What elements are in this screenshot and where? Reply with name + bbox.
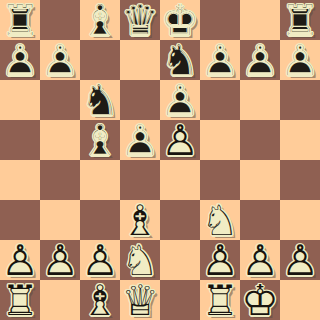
piece-white-king[interactable]: ♚♔ [240,280,280,320]
black-pawn-outline-glyph: ♙ [280,40,320,80]
black-bishop-outline-glyph: ♗ [80,0,120,40]
piece-white-knight[interactable]: ♞♘ [200,200,240,240]
white-pawn-fill-glyph: ♟ [40,240,80,280]
square-h1[interactable] [280,280,320,320]
white-rook-fill-glyph: ♜ [0,280,40,320]
square-d7[interactable] [120,40,160,80]
black-pawn-outline-glyph: ♙ [0,40,40,80]
white-pawn-outline-glyph: ♙ [80,240,120,280]
square-a2[interactable]: ♟♙ [0,240,40,280]
square-h3[interactable] [280,200,320,240]
black-pawn-outline-glyph: ♙ [120,120,160,160]
square-f2[interactable]: ♟♙ [200,240,240,280]
black-pawn-fill-glyph: ♟ [160,80,200,120]
square-c4[interactable] [80,160,120,200]
square-e4[interactable] [160,160,200,200]
piece-white-queen[interactable]: ♛♕ [120,280,160,320]
square-e3[interactable] [160,200,200,240]
piece-black-pawn[interactable]: ♟♙ [40,40,80,80]
square-b7[interactable]: ♟♙ [40,40,80,80]
piece-black-pawn[interactable]: ♟♙ [240,40,280,80]
square-f5[interactable] [200,120,240,160]
white-knight-fill-glyph: ♞ [200,200,240,240]
square-h6[interactable] [280,80,320,120]
black-rook-outline-glyph: ♖ [0,0,40,40]
black-knight-outline-glyph: ♘ [80,80,120,120]
piece-white-knight[interactable]: ♞♘ [120,240,160,280]
square-a8[interactable]: ♜♖ [0,0,40,40]
white-knight-fill-glyph: ♞ [120,240,160,280]
square-h4[interactable] [280,160,320,200]
square-a1[interactable]: ♜♖ [0,280,40,320]
piece-white-pawn[interactable]: ♟♙ [0,240,40,280]
white-bishop-fill-glyph: ♝ [80,280,120,320]
white-pawn-fill-glyph: ♟ [240,240,280,280]
piece-black-bishop[interactable]: ♝♗ [80,120,120,160]
piece-white-rook[interactable]: ♜♖ [0,280,40,320]
square-h2[interactable]: ♟♙ [280,240,320,280]
square-h8[interactable]: ♜♖ [280,0,320,40]
square-d4[interactable] [120,160,160,200]
white-bishop-fill-glyph: ♝ [120,200,160,240]
square-d8[interactable]: ♛♕ [120,0,160,40]
square-e7[interactable]: ♞♘ [160,40,200,80]
square-e1[interactable] [160,280,200,320]
black-king-outline-glyph: ♔ [160,0,200,40]
square-b3[interactable] [40,200,80,240]
square-a7[interactable]: ♟♙ [0,40,40,80]
square-f8[interactable] [200,0,240,40]
black-bishop-fill-glyph: ♝ [80,120,120,160]
white-pawn-fill-glyph: ♟ [0,240,40,280]
black-pawn-outline-glyph: ♙ [160,80,200,120]
square-c5[interactable]: ♝♗ [80,120,120,160]
black-pawn-outline-glyph: ♙ [40,40,80,80]
white-pawn-outline-glyph: ♙ [240,240,280,280]
piece-black-pawn[interactable]: ♟♙ [120,120,160,160]
square-g6[interactable] [240,80,280,120]
black-knight-outline-glyph: ♘ [160,40,200,80]
black-pawn-outline-glyph: ♙ [200,40,240,80]
piece-white-pawn[interactable]: ♟♙ [80,240,120,280]
square-e5[interactable]: ♟♙ [160,120,200,160]
black-pawn-fill-glyph: ♟ [200,40,240,80]
white-pawn-outline-glyph: ♙ [280,240,320,280]
black-pawn-fill-glyph: ♟ [0,40,40,80]
black-pawn-fill-glyph: ♟ [40,40,80,80]
square-b1[interactable] [40,280,80,320]
square-g8[interactable] [240,0,280,40]
white-pawn-outline-glyph: ♙ [160,120,200,160]
piece-black-pawn[interactable]: ♟♙ [160,80,200,120]
square-a6[interactable] [0,80,40,120]
piece-white-rook[interactable]: ♜♖ [200,280,240,320]
black-queen-fill-glyph: ♛ [120,0,160,40]
square-g5[interactable] [240,120,280,160]
white-knight-outline-glyph: ♘ [120,240,160,280]
black-bishop-outline-glyph: ♗ [80,120,120,160]
black-pawn-fill-glyph: ♟ [280,40,320,80]
piece-black-knight[interactable]: ♞♘ [160,40,200,80]
white-knight-outline-glyph: ♘ [200,200,240,240]
square-c1[interactable]: ♝♗ [80,280,120,320]
square-b5[interactable] [40,120,80,160]
square-a3[interactable] [0,200,40,240]
square-d3[interactable]: ♝♗ [120,200,160,240]
black-rook-fill-glyph: ♜ [0,0,40,40]
piece-black-pawn[interactable]: ♟♙ [200,40,240,80]
piece-black-pawn[interactable]: ♟♙ [280,40,320,80]
white-pawn-fill-glyph: ♟ [160,120,200,160]
piece-black-knight[interactable]: ♞♘ [80,80,120,120]
piece-black-queen[interactable]: ♛♕ [120,0,160,40]
square-d6[interactable] [120,80,160,120]
piece-white-pawn[interactable]: ♟♙ [280,240,320,280]
piece-white-pawn[interactable]: ♟♙ [200,240,240,280]
white-queen-outline-glyph: ♕ [120,280,160,320]
black-rook-fill-glyph: ♜ [280,0,320,40]
square-d2[interactable]: ♞♘ [120,240,160,280]
square-f3[interactable]: ♞♘ [200,200,240,240]
black-bishop-fill-glyph: ♝ [80,0,120,40]
black-queen-outline-glyph: ♕ [120,0,160,40]
piece-white-pawn[interactable]: ♟♙ [240,240,280,280]
piece-white-bishop[interactable]: ♝♗ [80,280,120,320]
square-g1[interactable]: ♚♔ [240,280,280,320]
square-f7[interactable]: ♟♙ [200,40,240,80]
white-rook-outline-glyph: ♖ [0,280,40,320]
white-bishop-outline-glyph: ♗ [120,200,160,240]
square-f1[interactable]: ♜♖ [200,280,240,320]
black-knight-fill-glyph: ♞ [80,80,120,120]
square-f4[interactable] [200,160,240,200]
piece-black-bishop[interactable]: ♝♗ [80,0,120,40]
square-c6[interactable]: ♞♘ [80,80,120,120]
piece-black-pawn[interactable]: ♟♙ [0,40,40,80]
square-h5[interactable] [280,120,320,160]
square-e2[interactable] [160,240,200,280]
square-b4[interactable] [40,160,80,200]
white-rook-fill-glyph: ♜ [200,280,240,320]
piece-white-pawn[interactable]: ♟♙ [160,120,200,160]
square-c3[interactable] [80,200,120,240]
square-e6[interactable]: ♟♙ [160,80,200,120]
square-g7[interactable]: ♟♙ [240,40,280,80]
square-f6[interactable] [200,80,240,120]
piece-black-rook[interactable]: ♜♖ [280,0,320,40]
white-pawn-fill-glyph: ♟ [200,240,240,280]
white-pawn-fill-glyph: ♟ [280,240,320,280]
square-g3[interactable] [240,200,280,240]
black-pawn-fill-glyph: ♟ [240,40,280,80]
chess-board: ♜♖♝♗♛♕♚♔♜♖♟♙♟♙♞♘♟♙♟♙♟♙♞♘♟♙♝♗♟♙♟♙♝♗♞♘♟♙♟♙… [0,0,320,320]
black-knight-fill-glyph: ♞ [160,40,200,80]
square-g4[interactable] [240,160,280,200]
white-pawn-outline-glyph: ♙ [0,240,40,280]
white-pawn-outline-glyph: ♙ [40,240,80,280]
square-b8[interactable] [40,0,80,40]
square-d1[interactable]: ♛♕ [120,280,160,320]
white-king-fill-glyph: ♚ [240,280,280,320]
square-b2[interactable]: ♟♙ [40,240,80,280]
white-king-outline-glyph: ♔ [240,280,280,320]
square-c8[interactable]: ♝♗ [80,0,120,40]
white-queen-fill-glyph: ♛ [120,280,160,320]
black-pawn-fill-glyph: ♟ [120,120,160,160]
black-rook-outline-glyph: ♖ [280,0,320,40]
square-e8[interactable]: ♚♔ [160,0,200,40]
white-pawn-outline-glyph: ♙ [200,240,240,280]
square-b6[interactable] [40,80,80,120]
square-h7[interactable]: ♟♙ [280,40,320,80]
square-a4[interactable] [0,160,40,200]
white-pawn-fill-glyph: ♟ [80,240,120,280]
white-rook-outline-glyph: ♖ [200,280,240,320]
square-a5[interactable] [0,120,40,160]
square-d5[interactable]: ♟♙ [120,120,160,160]
white-bishop-outline-glyph: ♗ [80,280,120,320]
black-pawn-outline-glyph: ♙ [240,40,280,80]
piece-white-pawn[interactable]: ♟♙ [40,240,80,280]
chess-board-window: ♜♖♝♗♛♕♚♔♜♖♟♙♟♙♞♘♟♙♟♙♟♙♞♘♟♙♝♗♟♙♟♙♝♗♞♘♟♙♟♙… [0,0,320,320]
square-g2[interactable]: ♟♙ [240,240,280,280]
piece-black-rook[interactable]: ♜♖ [0,0,40,40]
square-c2[interactable]: ♟♙ [80,240,120,280]
piece-black-king[interactable]: ♚♔ [160,0,200,40]
piece-white-bishop[interactable]: ♝♗ [120,200,160,240]
square-c7[interactable] [80,40,120,80]
black-king-fill-glyph: ♚ [160,0,200,40]
